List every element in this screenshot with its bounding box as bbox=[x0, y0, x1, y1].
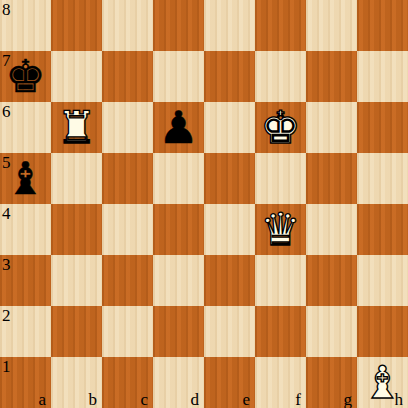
file-label-d: d bbox=[191, 391, 200, 408]
square-g4[interactable] bbox=[306, 204, 357, 255]
square-h1[interactable]: h♝ bbox=[357, 357, 408, 408]
rank-label-6: 6 bbox=[2, 103, 11, 120]
square-b2[interactable] bbox=[51, 306, 102, 357]
file-label-b: b bbox=[89, 391, 98, 408]
square-e7[interactable] bbox=[204, 51, 255, 102]
square-d4[interactable] bbox=[153, 204, 204, 255]
square-c4[interactable] bbox=[102, 204, 153, 255]
square-d5[interactable] bbox=[153, 153, 204, 204]
square-d3[interactable] bbox=[153, 255, 204, 306]
square-c7[interactable] bbox=[102, 51, 153, 102]
square-c6[interactable] bbox=[102, 102, 153, 153]
square-g3[interactable] bbox=[306, 255, 357, 306]
square-b4[interactable] bbox=[51, 204, 102, 255]
square-f2[interactable] bbox=[255, 306, 306, 357]
chess-board: 87♚6♜♟♚5♝4♛321abcdefgh♝ bbox=[0, 0, 408, 408]
square-c1[interactable]: c bbox=[102, 357, 153, 408]
square-a5[interactable]: 5♝ bbox=[0, 153, 51, 204]
square-b3[interactable] bbox=[51, 255, 102, 306]
square-d6[interactable]: ♟ bbox=[153, 102, 204, 153]
square-h2[interactable] bbox=[357, 306, 408, 357]
square-f3[interactable] bbox=[255, 255, 306, 306]
square-e2[interactable] bbox=[204, 306, 255, 357]
rank-label-2: 2 bbox=[2, 307, 11, 324]
chess-board-wrapper: 87♚6♜♟♚5♝4♛321abcdefgh♝ bbox=[0, 0, 408, 408]
square-a8[interactable]: 8 bbox=[0, 0, 51, 51]
square-f5[interactable] bbox=[255, 153, 306, 204]
square-a2[interactable]: 2 bbox=[0, 306, 51, 357]
square-h3[interactable] bbox=[357, 255, 408, 306]
rank-label-4: 4 bbox=[2, 205, 11, 222]
square-f7[interactable] bbox=[255, 51, 306, 102]
square-c8[interactable] bbox=[102, 0, 153, 51]
square-e3[interactable] bbox=[204, 255, 255, 306]
file-label-f: f bbox=[295, 391, 301, 408]
square-a3[interactable]: 3 bbox=[0, 255, 51, 306]
square-b7[interactable] bbox=[51, 51, 102, 102]
square-d2[interactable] bbox=[153, 306, 204, 357]
square-e6[interactable] bbox=[204, 102, 255, 153]
square-d7[interactable] bbox=[153, 51, 204, 102]
square-c2[interactable] bbox=[102, 306, 153, 357]
square-e4[interactable] bbox=[204, 204, 255, 255]
file-label-c: c bbox=[140, 391, 148, 408]
square-h6[interactable] bbox=[357, 102, 408, 153]
file-label-e: e bbox=[242, 391, 250, 408]
square-a6[interactable]: 6 bbox=[0, 102, 51, 153]
square-f8[interactable] bbox=[255, 0, 306, 51]
square-g1[interactable]: g bbox=[306, 357, 357, 408]
square-a1[interactable]: 1a bbox=[0, 357, 51, 408]
square-g6[interactable] bbox=[306, 102, 357, 153]
square-b5[interactable] bbox=[51, 153, 102, 204]
file-label-a: a bbox=[38, 391, 46, 408]
square-g7[interactable] bbox=[306, 51, 357, 102]
piece-black-king[interactable]: ♚ bbox=[0, 51, 51, 102]
piece-black-pawn[interactable]: ♟ bbox=[153, 102, 204, 153]
square-c3[interactable] bbox=[102, 255, 153, 306]
square-h8[interactable] bbox=[357, 0, 408, 51]
piece-white-rook[interactable]: ♜ bbox=[51, 102, 102, 153]
piece-white-queen[interactable]: ♛ bbox=[255, 204, 306, 255]
square-g8[interactable] bbox=[306, 0, 357, 51]
rank-label-1: 1 bbox=[2, 358, 11, 375]
square-f4[interactable]: ♛ bbox=[255, 204, 306, 255]
square-b6[interactable]: ♜ bbox=[51, 102, 102, 153]
square-h7[interactable] bbox=[357, 51, 408, 102]
square-e5[interactable] bbox=[204, 153, 255, 204]
square-e8[interactable] bbox=[204, 0, 255, 51]
square-b1[interactable]: b bbox=[51, 357, 102, 408]
square-c5[interactable] bbox=[102, 153, 153, 204]
piece-black-bishop[interactable]: ♝ bbox=[0, 153, 51, 204]
square-d1[interactable]: d bbox=[153, 357, 204, 408]
square-g2[interactable] bbox=[306, 306, 357, 357]
square-g5[interactable] bbox=[306, 153, 357, 204]
file-label-g: g bbox=[344, 391, 353, 408]
square-d8[interactable] bbox=[153, 0, 204, 51]
square-a7[interactable]: 7♚ bbox=[0, 51, 51, 102]
square-h4[interactable] bbox=[357, 204, 408, 255]
rank-label-3: 3 bbox=[2, 256, 11, 273]
square-f6[interactable]: ♚ bbox=[255, 102, 306, 153]
piece-white-bishop[interactable]: ♝ bbox=[357, 357, 408, 408]
square-e1[interactable]: e bbox=[204, 357, 255, 408]
square-b8[interactable] bbox=[51, 0, 102, 51]
square-h5[interactable] bbox=[357, 153, 408, 204]
piece-white-king[interactable]: ♚ bbox=[255, 102, 306, 153]
square-f1[interactable]: f bbox=[255, 357, 306, 408]
square-a4[interactable]: 4 bbox=[0, 204, 51, 255]
rank-label-8: 8 bbox=[2, 1, 11, 18]
